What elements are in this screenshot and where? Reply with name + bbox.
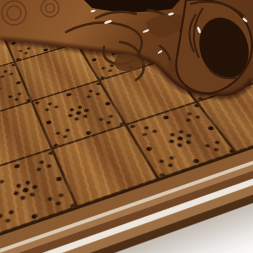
photo-stage — [0, 0, 253, 253]
board-3d — [0, 0, 253, 253]
